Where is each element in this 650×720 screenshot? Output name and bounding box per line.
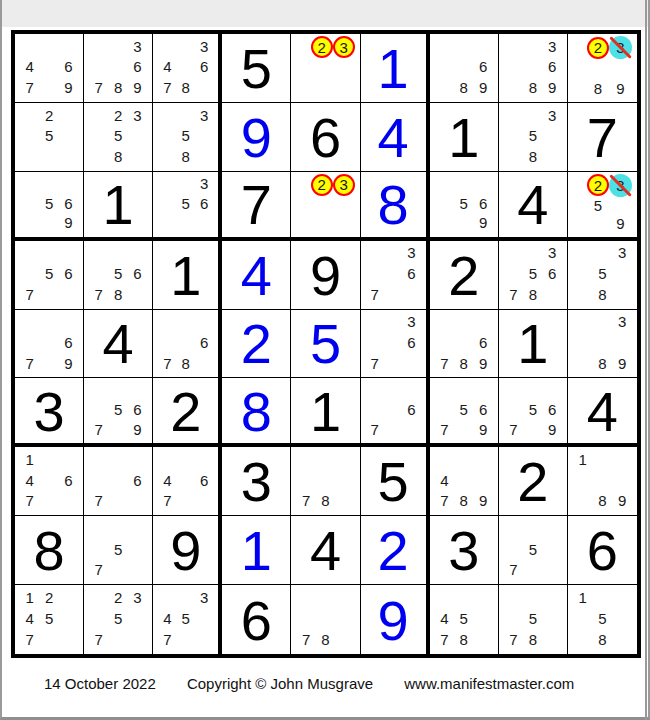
candidate-6: 6 bbox=[543, 400, 562, 420]
candidate-8: 8 bbox=[454, 353, 473, 374]
cell-r6c2[interactable]: 5679 bbox=[84, 378, 153, 447]
footer-copyright: Copyright © John Musgrave bbox=[187, 675, 373, 692]
cell-r1c7[interactable]: 689 bbox=[430, 34, 499, 103]
candidate-8: 8 bbox=[523, 146, 542, 167]
candidates: 467 bbox=[153, 447, 218, 515]
page: 4679367893467852316893689238925235835896… bbox=[0, 0, 650, 720]
candidate-3: 3 bbox=[402, 243, 420, 264]
given-digit: 8 bbox=[33, 523, 64, 579]
candidate-4: 4 bbox=[158, 608, 176, 629]
candidate-7: 7 bbox=[20, 629, 39, 650]
candidates: 158 bbox=[568, 585, 637, 654]
cell-r9c7[interactable]: 4578 bbox=[430, 585, 499, 654]
cell-r2c4[interactable]: 9 bbox=[222, 103, 291, 172]
candidate-7: 7 bbox=[504, 559, 523, 580]
candidate-5: 5 bbox=[177, 126, 195, 147]
cell-r2c6[interactable]: 4 bbox=[361, 103, 430, 172]
candidates: 367 bbox=[361, 310, 426, 378]
candidate-7: 7 bbox=[158, 491, 176, 512]
candidate-3: 3 bbox=[128, 105, 147, 126]
candidates: 3689 bbox=[499, 34, 567, 102]
candidates: 569 bbox=[15, 172, 83, 237]
given-digit: 7 bbox=[241, 177, 272, 233]
cell-r9c9[interactable]: 158 bbox=[568, 585, 637, 654]
candidate-7: 7 bbox=[366, 420, 384, 440]
given-digit: 6 bbox=[587, 523, 618, 579]
candidates: 23 bbox=[291, 34, 359, 102]
cell-r4c8[interactable]: 35678 bbox=[499, 241, 568, 310]
candidate-5: 5 bbox=[39, 608, 58, 629]
candidate-2-highlighted: 2 bbox=[311, 174, 333, 196]
cell-r6c1[interactable]: 3 bbox=[15, 378, 84, 447]
candidate-3: 3 bbox=[195, 587, 213, 608]
cell-r7c3[interactable]: 467 bbox=[153, 447, 222, 516]
candidate-7: 7 bbox=[20, 77, 39, 98]
cell-r8c9[interactable]: 6 bbox=[568, 516, 637, 585]
candidate-5: 5 bbox=[108, 263, 127, 284]
given-digit: 1 bbox=[103, 177, 134, 233]
cell-r1c9[interactable]: 2389 bbox=[568, 34, 637, 103]
candidates: 78 bbox=[291, 447, 359, 515]
cell-r9c1[interactable]: 12457 bbox=[15, 585, 84, 654]
solved-digit: 4 bbox=[241, 248, 272, 304]
cell-r1c2[interactable]: 36789 bbox=[84, 34, 153, 103]
cell-r7c7[interactable]: 4789 bbox=[430, 447, 499, 516]
page-top-margin bbox=[2, 0, 648, 27]
cell-r5c9[interactable]: 389 bbox=[568, 310, 637, 379]
candidates: 356 bbox=[153, 172, 218, 237]
cell-r2c1[interactable]: 25 bbox=[15, 103, 84, 172]
candidates: 3457 bbox=[153, 585, 218, 654]
cell-r5c6[interactable]: 367 bbox=[361, 310, 430, 379]
candidate-4: 4 bbox=[158, 57, 176, 78]
candidate-9: 9 bbox=[128, 77, 147, 98]
candidate-2: 2 bbox=[108, 587, 127, 608]
candidate-5: 5 bbox=[177, 608, 195, 629]
given-digit: 5 bbox=[378, 454, 409, 510]
candidate-7: 7 bbox=[504, 629, 523, 650]
cell-r4c7[interactable]: 2 bbox=[430, 241, 499, 310]
candidate-3: 3 bbox=[195, 36, 213, 57]
candidate-7: 7 bbox=[296, 629, 315, 650]
given-digit: 4 bbox=[103, 316, 134, 372]
candidate-1: 1 bbox=[573, 449, 593, 470]
given-digit: 6 bbox=[310, 110, 341, 166]
sudoku-board: 4679367893467852316893689238925235835896… bbox=[11, 30, 641, 658]
cell-r3c7[interactable]: 569 bbox=[430, 172, 499, 241]
candidate-4: 4 bbox=[158, 470, 176, 491]
candidates: 35678 bbox=[499, 241, 567, 309]
cell-r6c4[interactable]: 8 bbox=[222, 378, 291, 447]
cell-r8c7[interactable]: 3 bbox=[430, 516, 499, 585]
solved-digit: 1 bbox=[378, 41, 409, 97]
cell-r1c1[interactable]: 4679 bbox=[15, 34, 84, 103]
candidates: 678 bbox=[153, 310, 218, 378]
candidate-4: 4 bbox=[435, 470, 454, 491]
solved-digit: 2 bbox=[241, 316, 272, 372]
candidate-9: 9 bbox=[543, 420, 562, 440]
candidates: 5678 bbox=[84, 241, 152, 309]
cell-r1c5[interactable]: 23 bbox=[291, 34, 360, 103]
candidate-4: 4 bbox=[20, 470, 39, 491]
candidate-6: 6 bbox=[473, 332, 492, 353]
candidate-6: 6 bbox=[195, 193, 213, 213]
given-digit: 4 bbox=[587, 384, 618, 440]
cell-r4c2[interactable]: 5678 bbox=[84, 241, 153, 310]
cell-r9c3[interactable]: 3457 bbox=[153, 585, 222, 654]
candidates: 78 bbox=[291, 585, 359, 654]
cell-r9c6[interactable]: 9 bbox=[361, 585, 430, 654]
cell-r9c4[interactable]: 6 bbox=[222, 585, 291, 654]
candidate-5: 5 bbox=[523, 263, 542, 284]
cell-r8c5[interactable]: 4 bbox=[291, 516, 360, 585]
cell-r7c2[interactable]: 67 bbox=[84, 447, 153, 516]
candidate-7: 7 bbox=[20, 353, 39, 374]
given-digit: 9 bbox=[310, 248, 341, 304]
candidate-6: 6 bbox=[402, 332, 420, 353]
candidates: 12457 bbox=[15, 585, 83, 654]
candidate-7: 7 bbox=[89, 284, 108, 305]
candidate-7: 7 bbox=[296, 491, 315, 512]
candidate-9: 9 bbox=[59, 353, 78, 374]
candidate-7: 7 bbox=[504, 284, 523, 305]
candidate-3-highlighted: 3 bbox=[333, 36, 355, 58]
candidate-3: 3 bbox=[543, 36, 562, 57]
solved-digit: 8 bbox=[241, 384, 272, 440]
candidates: 67 bbox=[84, 447, 152, 515]
candidate-8: 8 bbox=[177, 146, 195, 167]
candidates: 2359 bbox=[568, 172, 637, 237]
candidate-3: 3 bbox=[612, 312, 632, 333]
candidate-5: 5 bbox=[108, 539, 127, 560]
cell-r1c3[interactable]: 34678 bbox=[153, 34, 222, 103]
cell-r3c4[interactable]: 7 bbox=[222, 172, 291, 241]
candidate-8: 8 bbox=[108, 77, 127, 98]
candidate-6: 6 bbox=[195, 57, 213, 78]
candidate-5: 5 bbox=[454, 608, 473, 629]
cell-r1c6[interactable]: 1 bbox=[361, 34, 430, 103]
candidate-6: 6 bbox=[473, 193, 492, 213]
candidate-5: 5 bbox=[454, 400, 473, 420]
cell-r6c5[interactable]: 1 bbox=[291, 378, 360, 447]
footer-website-link[interactable]: www.manifestmaster.com bbox=[404, 675, 574, 692]
cell-r7c9[interactable]: 189 bbox=[568, 447, 637, 516]
candidate-8: 8 bbox=[454, 77, 473, 98]
candidate-5: 5 bbox=[523, 400, 542, 420]
candidate-3: 3 bbox=[128, 587, 147, 608]
footer-date: 14 October 2022 bbox=[44, 675, 156, 692]
candidate-5: 5 bbox=[523, 539, 542, 560]
cell-r2c2[interactable]: 2358 bbox=[84, 103, 153, 172]
cell-r3c5[interactable]: 23 bbox=[291, 172, 360, 241]
candidate-7: 7 bbox=[435, 629, 454, 650]
candidates: 1467 bbox=[15, 447, 83, 515]
candidates: 23 bbox=[291, 172, 359, 237]
cell-r8c2[interactable]: 57 bbox=[84, 516, 153, 585]
candidate-6: 6 bbox=[543, 57, 562, 78]
candidates: 389 bbox=[568, 310, 637, 378]
candidate-5: 5 bbox=[39, 126, 58, 147]
candidates: 6789 bbox=[430, 310, 498, 378]
cell-r4c3[interactable]: 1 bbox=[153, 241, 222, 310]
candidate-3-eliminated: 3 bbox=[609, 36, 632, 59]
cell-r4c9[interactable]: 358 bbox=[568, 241, 637, 310]
cell-r1c4[interactable]: 5 bbox=[222, 34, 291, 103]
candidates: 57 bbox=[84, 516, 152, 584]
candidate-7: 7 bbox=[89, 559, 108, 580]
candidate-3: 3 bbox=[195, 105, 213, 126]
cell-r8c8[interactable]: 57 bbox=[499, 516, 568, 585]
cell-r2c8[interactable]: 358 bbox=[499, 103, 568, 172]
candidates: 5679 bbox=[499, 378, 567, 443]
candidates: 358 bbox=[499, 103, 567, 171]
candidate-8: 8 bbox=[454, 629, 473, 650]
candidate-6: 6 bbox=[128, 263, 147, 284]
cell-r7c8[interactable]: 2 bbox=[499, 447, 568, 516]
candidate-3: 3 bbox=[543, 243, 562, 264]
candidate-8: 8 bbox=[523, 284, 542, 305]
candidates: 358 bbox=[568, 241, 637, 309]
candidate-7: 7 bbox=[435, 420, 454, 440]
candidate-5: 5 bbox=[108, 608, 127, 629]
candidate-6: 6 bbox=[59, 193, 78, 213]
cell-r7c5[interactable]: 78 bbox=[291, 447, 360, 516]
candidate-9: 9 bbox=[59, 213, 78, 233]
candidates: 25 bbox=[15, 103, 83, 171]
candidate-8: 8 bbox=[593, 629, 613, 650]
given-digit: 3 bbox=[448, 523, 479, 579]
cell-r5c5[interactable]: 5 bbox=[291, 310, 360, 379]
candidates: 57 bbox=[499, 516, 567, 584]
candidates: 5679 bbox=[430, 378, 498, 443]
candidate-8: 8 bbox=[108, 146, 127, 167]
candidates: 34678 bbox=[153, 34, 218, 102]
cell-r3c6[interactable]: 8 bbox=[361, 172, 430, 241]
candidate-8: 8 bbox=[108, 284, 127, 305]
candidate-9: 9 bbox=[473, 213, 492, 233]
cell-r8c3[interactable]: 9 bbox=[153, 516, 222, 585]
candidate-5: 5 bbox=[593, 263, 613, 284]
candidates: 4679 bbox=[15, 34, 83, 102]
candidate-8: 8 bbox=[593, 284, 613, 305]
cell-r6c9[interactable]: 4 bbox=[568, 378, 637, 447]
candidate-9: 9 bbox=[543, 77, 562, 98]
candidate-2: 2 bbox=[108, 105, 127, 126]
cell-r6c8[interactable]: 5679 bbox=[499, 378, 568, 447]
candidate-6: 6 bbox=[128, 470, 147, 491]
candidate-8: 8 bbox=[177, 77, 195, 98]
candidate-6: 6 bbox=[402, 400, 420, 420]
cell-r1c8[interactable]: 3689 bbox=[499, 34, 568, 103]
candidates: 5679 bbox=[84, 378, 152, 443]
candidate-1: 1 bbox=[20, 587, 39, 608]
solved-digit: 1 bbox=[241, 523, 272, 579]
solved-digit: 8 bbox=[378, 177, 409, 233]
candidate-8: 8 bbox=[316, 491, 335, 512]
candidate-3: 3 bbox=[612, 243, 632, 264]
cell-r4c4[interactable]: 4 bbox=[222, 241, 291, 310]
candidate-9: 9 bbox=[609, 78, 632, 97]
candidate-5: 5 bbox=[587, 197, 609, 215]
cell-r5c8[interactable]: 1 bbox=[499, 310, 568, 379]
given-digit: 3 bbox=[33, 384, 64, 440]
candidates: 679 bbox=[15, 310, 83, 378]
candidate-5: 5 bbox=[523, 608, 542, 629]
candidate-2: 2 bbox=[39, 105, 58, 126]
candidate-9: 9 bbox=[128, 420, 147, 440]
cell-r5c2[interactable]: 4 bbox=[84, 310, 153, 379]
solved-digit: 9 bbox=[378, 593, 409, 649]
candidate-4: 4 bbox=[20, 57, 39, 78]
candidate-8: 8 bbox=[454, 491, 473, 512]
candidate-7: 7 bbox=[89, 491, 108, 512]
candidate-3: 3 bbox=[128, 36, 147, 57]
candidates: 689 bbox=[430, 34, 498, 102]
given-digit: 7 bbox=[587, 110, 618, 166]
footer: 14 October 2022 Copyright © John Musgrav… bbox=[44, 675, 574, 692]
candidate-9: 9 bbox=[473, 77, 492, 98]
candidate-7: 7 bbox=[89, 77, 108, 98]
cell-r2c3[interactable]: 358 bbox=[153, 103, 222, 172]
cell-r4c6[interactable]: 367 bbox=[361, 241, 430, 310]
candidate-5: 5 bbox=[108, 400, 127, 420]
solved-digit: 9 bbox=[241, 110, 272, 166]
cell-r3c1[interactable]: 569 bbox=[15, 172, 84, 241]
candidate-9: 9 bbox=[473, 491, 492, 512]
candidate-9: 9 bbox=[473, 420, 492, 440]
candidate-7: 7 bbox=[89, 420, 108, 440]
cell-r6c7[interactable]: 5679 bbox=[430, 378, 499, 447]
candidate-6: 6 bbox=[128, 400, 147, 420]
candidate-5: 5 bbox=[39, 263, 58, 284]
candidate-2-highlighted: 2 bbox=[587, 174, 609, 196]
candidate-3: 3 bbox=[195, 174, 213, 194]
given-digit: 1 bbox=[310, 384, 341, 440]
cell-r3c8[interactable]: 4 bbox=[499, 172, 568, 241]
candidate-1: 1 bbox=[20, 449, 39, 470]
candidate-6: 6 bbox=[59, 332, 78, 353]
candidate-9: 9 bbox=[473, 353, 492, 374]
candidate-8: 8 bbox=[177, 353, 195, 374]
candidate-2-highlighted: 2 bbox=[311, 36, 333, 58]
candidate-5: 5 bbox=[454, 193, 473, 213]
given-digit: 6 bbox=[241, 593, 272, 649]
given-digit: 2 bbox=[448, 248, 479, 304]
cell-r8c4[interactable]: 1 bbox=[222, 516, 291, 585]
candidate-8: 8 bbox=[523, 77, 542, 98]
candidate-3-highlighted: 3 bbox=[333, 174, 355, 196]
given-digit: 3 bbox=[241, 454, 272, 510]
candidate-6: 6 bbox=[473, 57, 492, 78]
cell-r8c6[interactable]: 2 bbox=[361, 516, 430, 585]
candidates: 36789 bbox=[84, 34, 152, 102]
candidate-6: 6 bbox=[59, 263, 78, 284]
cell-r3c3[interactable]: 356 bbox=[153, 172, 222, 241]
candidate-6: 6 bbox=[402, 263, 420, 284]
cell-r4c5[interactable]: 9 bbox=[291, 241, 360, 310]
candidate-9: 9 bbox=[59, 77, 78, 98]
cell-r3c2[interactable]: 1 bbox=[84, 172, 153, 241]
candidate-3: 3 bbox=[543, 105, 562, 126]
cell-r6c3[interactable]: 2 bbox=[153, 378, 222, 447]
cell-r2c5[interactable]: 6 bbox=[291, 103, 360, 172]
cell-r7c6[interactable]: 5 bbox=[361, 447, 430, 516]
candidates: 2357 bbox=[84, 585, 152, 654]
candidate-6: 6 bbox=[195, 470, 213, 491]
cell-r6c6[interactable]: 67 bbox=[361, 378, 430, 447]
candidates: 2358 bbox=[84, 103, 152, 171]
candidate-8: 8 bbox=[316, 629, 335, 650]
candidate-5: 5 bbox=[108, 126, 127, 147]
cell-r7c1[interactable]: 1467 bbox=[15, 447, 84, 516]
candidate-7: 7 bbox=[89, 629, 108, 650]
given-digit: 4 bbox=[517, 177, 548, 233]
candidate-6: 6 bbox=[128, 57, 147, 78]
cell-r9c5[interactable]: 78 bbox=[291, 585, 360, 654]
candidate-7: 7 bbox=[20, 284, 39, 305]
cell-r3c9[interactable]: 2359 bbox=[568, 172, 637, 241]
candidates: 67 bbox=[361, 378, 426, 443]
cell-r2c7[interactable]: 1 bbox=[430, 103, 499, 172]
solved-digit: 5 bbox=[310, 316, 341, 372]
cell-r5c7[interactable]: 6789 bbox=[430, 310, 499, 379]
candidate-5: 5 bbox=[523, 126, 542, 147]
given-digit: 2 bbox=[170, 384, 201, 440]
candidate-2: 2 bbox=[39, 587, 58, 608]
cell-r7c4[interactable]: 3 bbox=[222, 447, 291, 516]
cell-r9c8[interactable]: 578 bbox=[499, 585, 568, 654]
candidate-6: 6 bbox=[473, 400, 492, 420]
candidate-3-eliminated: 3 bbox=[609, 174, 632, 197]
candidates: 2389 bbox=[568, 34, 637, 102]
candidate-7: 7 bbox=[366, 284, 384, 305]
candidate-6: 6 bbox=[195, 332, 213, 353]
candidate-9: 9 bbox=[609, 215, 632, 233]
candidate-7: 7 bbox=[158, 77, 176, 98]
candidate-6: 6 bbox=[543, 263, 562, 284]
candidate-9: 9 bbox=[612, 491, 632, 512]
candidate-2-highlighted: 2 bbox=[587, 37, 609, 59]
candidate-5: 5 bbox=[593, 608, 613, 629]
given-digit: 9 bbox=[170, 523, 201, 579]
candidate-1: 1 bbox=[573, 587, 593, 608]
given-digit: 1 bbox=[170, 248, 201, 304]
candidate-7: 7 bbox=[435, 353, 454, 374]
given-digit: 1 bbox=[517, 316, 548, 372]
candidates: 358 bbox=[153, 103, 218, 171]
candidates: 567 bbox=[15, 241, 83, 309]
candidates: 569 bbox=[430, 172, 498, 237]
candidate-3: 3 bbox=[402, 312, 420, 333]
candidate-5: 5 bbox=[177, 193, 195, 213]
candidate-6: 6 bbox=[59, 57, 78, 78]
solved-digit: 2 bbox=[378, 523, 409, 579]
candidate-4: 4 bbox=[435, 608, 454, 629]
solved-digit: 4 bbox=[378, 110, 409, 166]
candidate-4: 4 bbox=[20, 608, 39, 629]
cell-r5c3[interactable]: 678 bbox=[153, 310, 222, 379]
cell-r2c9[interactable]: 7 bbox=[568, 103, 637, 172]
candidates: 578 bbox=[499, 585, 567, 654]
candidate-9: 9 bbox=[612, 353, 632, 374]
cell-r4c1[interactable]: 567 bbox=[15, 241, 84, 310]
cell-r8c1[interactable]: 8 bbox=[15, 516, 84, 585]
cell-r9c2[interactable]: 2357 bbox=[84, 585, 153, 654]
cell-r5c4[interactable]: 2 bbox=[222, 310, 291, 379]
candidate-7: 7 bbox=[158, 629, 176, 650]
candidate-7: 7 bbox=[20, 491, 39, 512]
cell-r5c1[interactable]: 679 bbox=[15, 310, 84, 379]
